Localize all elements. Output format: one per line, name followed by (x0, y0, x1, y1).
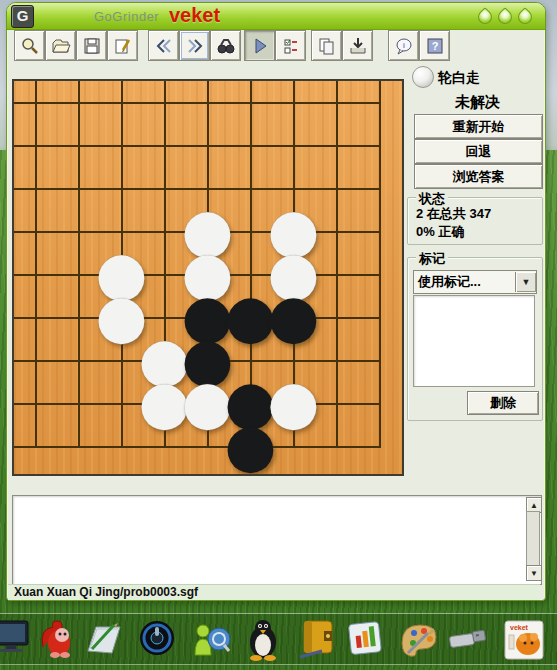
board-cell[interactable] (358, 124, 401, 167)
board-cell[interactable] (57, 167, 100, 210)
combobox-value: 使用标记... (414, 273, 515, 291)
board-cell[interactable]: ● (272, 296, 315, 339)
board-cell[interactable] (229, 124, 272, 167)
black-stone: ● (224, 414, 276, 474)
board-cell[interactable] (14, 296, 57, 339)
board-cell[interactable] (358, 296, 401, 339)
dock-tux-penguin-icon[interactable] (241, 617, 285, 661)
open-button[interactable] (45, 30, 76, 61)
svg-text:?: ? (431, 40, 438, 52)
board-cell[interactable] (143, 81, 186, 124)
board-cell[interactable] (272, 124, 315, 167)
board-cell[interactable] (358, 339, 401, 382)
board-cell[interactable] (358, 167, 401, 210)
board-cell[interactable] (100, 124, 143, 167)
brand-label: veket (169, 4, 220, 27)
statusbar-problem-path: Xuan Xuan Qi Jing/prob0003.sgf (8, 584, 540, 600)
chevron-left-icon (154, 36, 174, 56)
status-groupbox: 状态 2 在总共 347 0% 正确 (407, 197, 543, 245)
board-cell[interactable] (57, 339, 100, 382)
board-cell[interactable] (57, 210, 100, 253)
board-cell[interactable] (57, 382, 100, 425)
board-cell[interactable] (358, 81, 401, 124)
board-cell[interactable] (14, 425, 57, 468)
marks-combobox[interactable]: 使用标记... ▼ (413, 270, 537, 294)
board-cell[interactable] (100, 382, 143, 425)
dock-usb-drive-icon[interactable] (446, 617, 490, 661)
board-cell[interactable] (358, 382, 401, 425)
go-board[interactable]: ●●●●●●●●●●●●●●●● (12, 79, 404, 476)
status-count: 2 在总共 347 (416, 205, 491, 223)
board-cell[interactable] (57, 124, 100, 167)
dock-media-player-icon[interactable] (135, 617, 179, 661)
previous-problem-button[interactable] (148, 30, 179, 61)
edit-button[interactable] (107, 30, 138, 61)
board-cell[interactable] (14, 382, 57, 425)
board-cell[interactable] (315, 296, 358, 339)
droplet-button-3[interactable] (518, 8, 531, 23)
undo-button[interactable]: 回退 (414, 139, 543, 164)
board-cell[interactable] (315, 339, 358, 382)
turn-label: 轮白走 (438, 69, 480, 87)
chevron-right-icon (185, 36, 205, 56)
board-cell[interactable] (143, 167, 186, 210)
speech-bubble-icon: i (394, 36, 414, 56)
droplet-icon (495, 7, 515, 27)
combobox-arrow-button[interactable]: ▼ (515, 272, 536, 292)
titlebar[interactable]: G GoGrinder veket (7, 3, 545, 30)
board-cell[interactable] (229, 167, 272, 210)
options-button[interactable] (275, 30, 306, 61)
play-button[interactable] (244, 30, 275, 61)
delete-mark-button[interactable]: 删除 (467, 391, 539, 415)
board-grid: ●●●●●●●●●●●●●●●● (14, 81, 401, 468)
droplet-icon (515, 7, 535, 27)
board-cell[interactable] (14, 210, 57, 253)
dock-file-search-icon[interactable] (190, 617, 234, 661)
status-percent: 0% 正确 (416, 223, 464, 241)
board-cell[interactable] (143, 253, 186, 296)
board-cell[interactable] (186, 81, 229, 124)
board-cell[interactable] (229, 210, 272, 253)
board-cell[interactable] (57, 425, 100, 468)
board-cell[interactable] (315, 382, 358, 425)
board-cell[interactable]: ● (186, 382, 229, 425)
board-cell[interactable] (272, 81, 315, 124)
board-cell[interactable] (358, 425, 401, 468)
droplet-button-1[interactable] (478, 8, 491, 23)
board-cell[interactable] (100, 81, 143, 124)
board-cell[interactable] (14, 124, 57, 167)
scroll-down-button[interactable]: ▼ (526, 565, 542, 581)
window-title: GoGrinder (94, 9, 159, 24)
hint-button[interactable]: i (388, 30, 419, 61)
comment-textarea[interactable]: ▲ ▼ (12, 495, 542, 585)
find-button[interactable] (210, 30, 241, 61)
browse-answer-button[interactable]: 浏览答案 (414, 164, 543, 189)
dock-paint-palette-icon[interactable] (398, 617, 442, 661)
save-button[interactable] (76, 30, 107, 61)
copy-button[interactable] (311, 30, 342, 61)
play-icon (250, 36, 270, 56)
binoculars-icon (216, 36, 236, 56)
open-folder-icon (51, 36, 71, 56)
board-cell[interactable] (315, 425, 358, 468)
board-cell[interactable] (315, 253, 358, 296)
board-cell[interactable] (315, 167, 358, 210)
board-cell[interactable]: ● (143, 382, 186, 425)
marks-listbox[interactable] (413, 295, 535, 387)
screen: G GoGrinder veket (0, 0, 557, 670)
board-cell[interactable] (315, 210, 358, 253)
board-cell[interactable] (358, 210, 401, 253)
board-cell[interactable] (57, 253, 100, 296)
board-cell[interactable] (186, 124, 229, 167)
help-button[interactable]: ? (419, 30, 450, 61)
scrollbar[interactable]: ▲ ▼ (526, 497, 540, 581)
svg-text:veket: veket (510, 624, 529, 631)
board-cell[interactable] (143, 124, 186, 167)
dock-computer-monitor-icon[interactable] (0, 617, 32, 661)
solved-status: 未解决 (414, 93, 541, 112)
board-cell[interactable] (100, 167, 143, 210)
scrollbar-thumb[interactable] (526, 511, 540, 567)
board-cell[interactable] (358, 253, 401, 296)
board-cell[interactable]: ● (272, 382, 315, 425)
board-cell[interactable] (14, 81, 57, 124)
board-cell[interactable] (315, 124, 358, 167)
save-floppy-icon (82, 36, 102, 56)
board-cell[interactable] (100, 425, 143, 468)
board-cell[interactable]: ● (229, 425, 272, 468)
turn-indicator-white-stone-icon (412, 66, 434, 88)
board-cell[interactable] (14, 167, 57, 210)
droplet-icon (475, 7, 495, 27)
marks-groupbox: 标记 使用标记... ▼ 删除 (407, 257, 543, 421)
zoom-button[interactable] (14, 30, 45, 61)
window-controls (478, 8, 531, 23)
dock-bar-chart-report-icon[interactable] (344, 617, 388, 661)
import-arrow-icon (348, 36, 368, 56)
droplet-button-2[interactable] (498, 8, 511, 23)
question-mark-icon: ? (425, 36, 445, 56)
zoom-icon (20, 36, 40, 56)
board-cell[interactable] (14, 253, 57, 296)
dock: veket (0, 613, 557, 665)
board-cell[interactable] (14, 339, 57, 382)
dock-notepad-pencil-icon[interactable] (82, 617, 126, 661)
copy-pages-icon (317, 36, 337, 56)
dock-golden-journal-icon[interactable] (296, 617, 340, 661)
board-cell[interactable] (315, 81, 358, 124)
board-cell[interactable]: ● (100, 296, 143, 339)
board-cell[interactable] (229, 81, 272, 124)
app-logo-icon[interactable]: G (11, 5, 34, 28)
dock-red-squirrel-mascot-icon[interactable] (35, 617, 79, 661)
marks-group-title: 标记 (416, 250, 448, 268)
dock-veket-mascot-photo-icon[interactable]: veket (501, 617, 545, 661)
board-cell[interactable]: ● (229, 296, 272, 339)
restart-button[interactable]: 重新开始 (414, 114, 543, 139)
board-cell[interactable] (143, 210, 186, 253)
checklist-icon (281, 36, 301, 56)
svg-text:i: i (403, 41, 405, 50)
next-problem-button[interactable] (179, 30, 210, 61)
black-stone: ● (267, 285, 319, 345)
import-button[interactable] (342, 30, 373, 61)
board-cell[interactable] (57, 81, 100, 124)
edit-icon (113, 36, 133, 56)
board-cell[interactable] (57, 296, 100, 339)
